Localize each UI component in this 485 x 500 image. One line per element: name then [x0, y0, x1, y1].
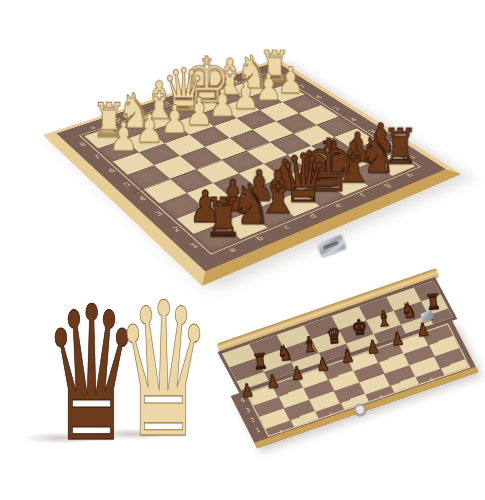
dark-knight-piece: ♞ — [277, 343, 294, 363]
dark-bishop-piece: ♝ — [301, 335, 318, 355]
dark-rook-piece: ♜ — [425, 292, 442, 312]
dark-pawn-piece: ♟ — [391, 330, 406, 347]
dark-pawn-piece: ♟ — [340, 347, 355, 364]
dark-pawn-piece: ♟ — [290, 365, 305, 382]
board-frame: ♜♞♝♛♚♝♞♜♟♟♟♟♟♟♟♟♟♟♟♟♟♟♟♟♜♞♝♛♚♝♞♜ abcdefg… — [43, 59, 461, 286]
main-chess-board: ♜♞♝♛♚♝♞♜♟♟♟♟♟♟♟♟♟♟♟♟♟♟♟♟♜♞♝♛♚♝♞♜ abcdefg… — [43, 59, 461, 286]
dark-rook-piece: ♜ — [203, 193, 243, 242]
dark-queen-piece: ♛ — [326, 326, 343, 346]
light-pawn-piece: ♟ — [109, 119, 138, 155]
dark-pawn-piece: ♟ — [416, 321, 431, 338]
dark-rook-piece: ♜ — [252, 352, 269, 372]
dark-pawn-piece: ♟ — [265, 373, 280, 390]
dark-pawn-piece: ♟ — [315, 356, 330, 373]
dark-bishop-piece: ♝ — [375, 309, 392, 329]
square — [139, 143, 180, 165]
light-queen-piece: ♛ — [115, 298, 212, 443]
dark-king-piece: ♚ — [351, 318, 368, 338]
dark-pawn-piece: ♟ — [365, 339, 380, 356]
dark-knight-piece: ♞ — [400, 301, 417, 321]
file-label: c — [269, 218, 304, 236]
board-playing-area: ♜♞♝♛♚♝♞♜♟♟♟♟♟♟♟♟♟♟♟♟♟♟♟♟♜♞♝♛♚♝♞♜ abcdefg… — [84, 73, 415, 250]
light-pawn-piece: ♟ — [160, 102, 189, 137]
folded-board: 4321 abcdefgh ♜♞♝♛♚♝♞♜ ♟♟♟♟♟♟♟♟ — [213, 269, 471, 453]
light-pawn-piece: ♟ — [135, 110, 164, 146]
latch-clasp-icon — [316, 234, 347, 257]
board-squares: ♜♞♝♛♚♝♞♜♟♟♟♟♟♟♟♟♟♟♟♟♟♟♟♟♜♞♝♛♚♝♞♜ — [84, 73, 415, 250]
dark-pawn-piece: ♟ — [240, 382, 255, 399]
product-photo: ♜♞♝♛♚♝♞♜♟♟♟♟♟♟♟♟♟♟♟♟♟♟♟♟♜♞♝♛♚♝♞♜ abcdefg… — [0, 0, 485, 500]
